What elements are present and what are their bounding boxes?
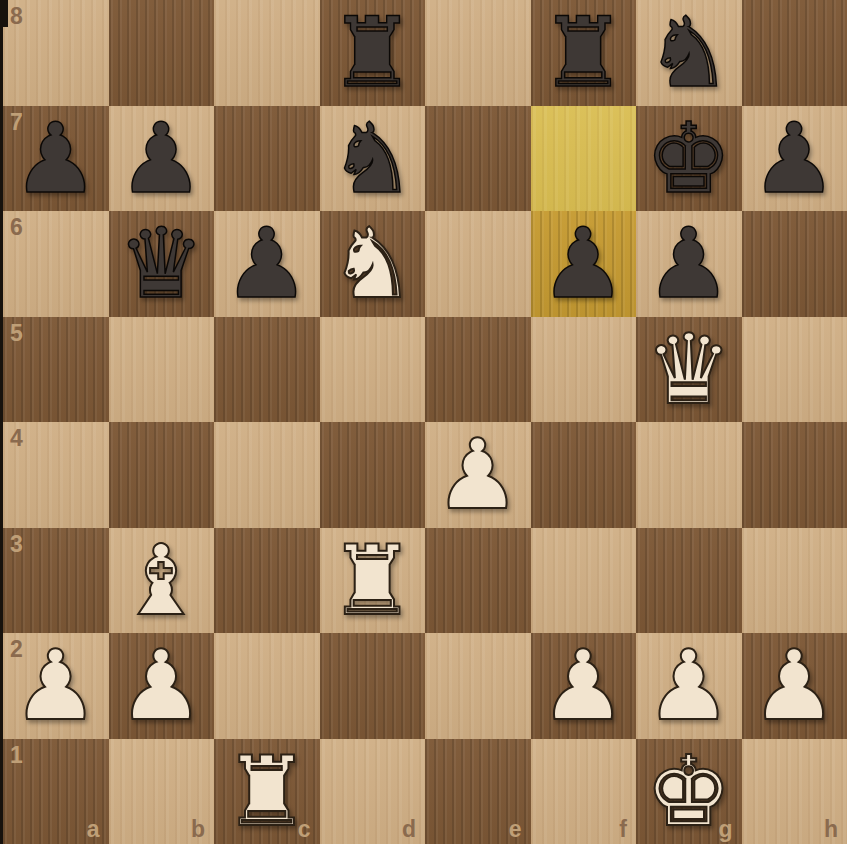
square-b1[interactable]: b: [109, 739, 215, 844]
piece-white-pawn-b2[interactable]: ♟: [118, 637, 205, 734]
square-b7[interactable]: ♟: [109, 106, 215, 212]
piece-black-pawn-a7[interactable]: ♟: [12, 110, 99, 207]
piece-black-queen-b6[interactable]: ♛: [118, 215, 205, 312]
square-d3[interactable]: ♜: [320, 528, 426, 634]
square-g1[interactable]: g♚: [636, 739, 742, 844]
file-label-d: d: [402, 818, 416, 841]
piece-black-knight-g8[interactable]: ♞: [645, 4, 732, 101]
file-label-g: g: [718, 818, 732, 841]
square-h7[interactable]: ♟: [742, 106, 847, 212]
square-a2[interactable]: 2♟: [3, 633, 109, 739]
square-e8[interactable]: [425, 0, 531, 106]
chess-app-window: 8♜♜♞7♟♟♞♚♟6♛♟♞♟♟5♛4♟3♝♜2♟♟♟♟♟1abc♜defg♚h: [0, 0, 847, 844]
square-g5[interactable]: ♛: [636, 317, 742, 423]
rank-label-2: 2: [10, 638, 23, 661]
square-d6[interactable]: ♞: [320, 211, 426, 317]
square-e6[interactable]: [425, 211, 531, 317]
file-label-e: e: [509, 818, 522, 841]
square-f3[interactable]: [531, 528, 637, 634]
square-e1[interactable]: e: [425, 739, 531, 844]
square-d8[interactable]: ♜: [320, 0, 426, 106]
piece-black-king-g7[interactable]: ♚: [645, 110, 732, 207]
piece-black-pawn-f6[interactable]: ♟: [540, 215, 627, 312]
square-a8[interactable]: 8: [3, 0, 109, 106]
rank-label-4: 4: [10, 427, 23, 450]
square-d7[interactable]: ♞: [320, 106, 426, 212]
rank-label-3: 3: [10, 533, 23, 556]
piece-white-queen-g5[interactable]: ♛: [645, 321, 732, 418]
square-c5[interactable]: [214, 317, 320, 423]
square-h4[interactable]: [742, 422, 847, 528]
square-b6[interactable]: ♛: [109, 211, 215, 317]
square-b2[interactable]: ♟: [109, 633, 215, 739]
piece-white-pawn-f2[interactable]: ♟: [540, 637, 627, 734]
rank-label-5: 5: [10, 322, 23, 345]
square-e4[interactable]: ♟: [425, 422, 531, 528]
piece-white-rook-d3[interactable]: ♜: [329, 532, 416, 629]
square-e3[interactable]: [425, 528, 531, 634]
square-d2[interactable]: [320, 633, 426, 739]
piece-white-pawn-g2[interactable]: ♟: [645, 637, 732, 734]
square-a4[interactable]: 4: [3, 422, 109, 528]
piece-black-rook-f8[interactable]: ♜: [540, 4, 627, 101]
window-edge-notch: [0, 0, 8, 27]
square-h2[interactable]: ♟: [742, 633, 847, 739]
square-h5[interactable]: [742, 317, 847, 423]
square-f1[interactable]: f: [531, 739, 637, 844]
file-label-f: f: [619, 818, 627, 841]
square-g3[interactable]: [636, 528, 742, 634]
square-e5[interactable]: [425, 317, 531, 423]
piece-white-knight-d6[interactable]: ♞: [329, 215, 416, 312]
square-c3[interactable]: [214, 528, 320, 634]
rank-label-6: 6: [10, 216, 23, 239]
square-f6[interactable]: ♟: [531, 211, 637, 317]
square-h8[interactable]: [742, 0, 847, 106]
square-c6[interactable]: ♟: [214, 211, 320, 317]
square-g7[interactable]: ♚: [636, 106, 742, 212]
file-label-c: c: [298, 818, 311, 841]
square-b5[interactable]: [109, 317, 215, 423]
piece-black-pawn-c6[interactable]: ♟: [223, 215, 310, 312]
rank-label-7: 7: [10, 111, 23, 134]
square-c7[interactable]: [214, 106, 320, 212]
file-label-h: h: [824, 818, 838, 841]
square-g8[interactable]: ♞: [636, 0, 742, 106]
piece-black-pawn-g6[interactable]: ♟: [645, 215, 732, 312]
square-d1[interactable]: d: [320, 739, 426, 844]
square-f8[interactable]: ♜: [531, 0, 637, 106]
square-f5[interactable]: [531, 317, 637, 423]
rank-label-1: 1: [10, 744, 23, 767]
chess-board: 8♜♜♞7♟♟♞♚♟6♛♟♞♟♟5♛4♟3♝♜2♟♟♟♟♟1abc♜defg♚h: [3, 0, 847, 844]
rank-label-8: 8: [10, 5, 23, 28]
piece-white-pawn-a2[interactable]: ♟: [12, 637, 99, 734]
square-f7[interactable]: [531, 106, 637, 212]
square-a6[interactable]: 6: [3, 211, 109, 317]
square-h3[interactable]: [742, 528, 847, 634]
square-c8[interactable]: [214, 0, 320, 106]
piece-white-bishop-b3[interactable]: ♝: [118, 532, 205, 629]
square-a3[interactable]: 3: [3, 528, 109, 634]
square-f4[interactable]: [531, 422, 637, 528]
square-b4[interactable]: [109, 422, 215, 528]
piece-white-pawn-h2[interactable]: ♟: [751, 637, 838, 734]
square-d4[interactable]: [320, 422, 426, 528]
piece-black-pawn-b7[interactable]: ♟: [118, 110, 205, 207]
file-label-a: a: [87, 818, 100, 841]
piece-black-rook-d8[interactable]: ♜: [329, 4, 416, 101]
square-b3[interactable]: ♝: [109, 528, 215, 634]
file-label-b: b: [191, 818, 205, 841]
square-d5[interactable]: [320, 317, 426, 423]
square-e7[interactable]: [425, 106, 531, 212]
piece-white-pawn-e4[interactable]: ♟: [434, 426, 521, 523]
square-h1[interactable]: h: [742, 739, 847, 844]
square-c2[interactable]: [214, 633, 320, 739]
square-g2[interactable]: ♟: [636, 633, 742, 739]
piece-black-knight-d7[interactable]: ♞: [329, 110, 416, 207]
square-c1[interactable]: c♜: [214, 739, 320, 844]
square-a5[interactable]: 5: [3, 317, 109, 423]
square-b8[interactable]: [109, 0, 215, 106]
square-a7[interactable]: 7♟: [3, 106, 109, 212]
square-f2[interactable]: ♟: [531, 633, 637, 739]
piece-black-pawn-h7[interactable]: ♟: [751, 110, 838, 207]
square-c4[interactable]: [214, 422, 320, 528]
square-g6[interactable]: ♟: [636, 211, 742, 317]
square-h6[interactable]: [742, 211, 847, 317]
square-g4[interactable]: [636, 422, 742, 528]
square-a1[interactable]: 1a: [3, 739, 109, 844]
square-e2[interactable]: [425, 633, 531, 739]
